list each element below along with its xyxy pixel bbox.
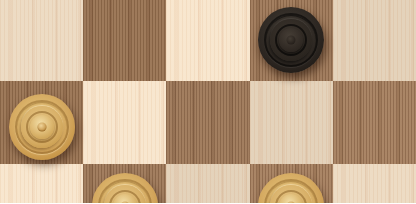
square-r1-c2-dark[interactable] — [83, 0, 166, 81]
square-r2-c1-dark[interactable] — [0, 81, 83, 164]
square-r3-c5-light[interactable] — [333, 164, 416, 203]
square-r2-c4-light[interactable] — [250, 81, 333, 164]
square-r1-c1-light[interactable] — [0, 0, 83, 81]
square-r3-c4-dark[interactable] — [250, 164, 333, 203]
square-r1-c5-light[interactable] — [333, 0, 416, 81]
checkers-board — [0, 0, 416, 203]
white-checker[interactable] — [9, 94, 75, 160]
square-r3-c2-dark[interactable] — [83, 164, 166, 203]
board-grid — [0, 0, 416, 203]
piece-center-nub — [37, 122, 46, 131]
white-checker[interactable] — [92, 173, 158, 204]
piece-center-nub — [287, 201, 296, 203]
black-checker[interactable] — [258, 7, 324, 73]
square-r3-c3-light[interactable] — [166, 164, 249, 203]
square-r2-c2-light[interactable] — [83, 81, 166, 164]
piece-center-nub — [120, 201, 129, 203]
square-r2-c5-dark[interactable] — [333, 81, 416, 164]
square-r1-c4-dark[interactable] — [250, 0, 333, 81]
square-r2-c3-dark[interactable] — [166, 81, 249, 164]
piece-center-nub — [287, 35, 296, 44]
white-checker[interactable] — [258, 173, 324, 204]
square-r3-c1-light[interactable] — [0, 164, 83, 203]
square-r1-c3-light[interactable] — [166, 0, 249, 81]
